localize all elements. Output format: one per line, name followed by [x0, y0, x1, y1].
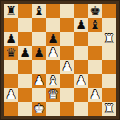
square-g3[interactable] [88, 74, 102, 88]
white-pawn-a2: ♟ [5, 88, 16, 102]
square-g6[interactable] [88, 32, 102, 46]
square-d4[interactable] [46, 60, 60, 74]
square-d2[interactable]: ♛ [46, 88, 60, 102]
square-c6[interactable] [32, 32, 46, 46]
square-g5[interactable] [88, 46, 102, 60]
square-a2[interactable]: ♟ [4, 88, 18, 102]
square-a6[interactable]: ♟ [4, 32, 18, 46]
square-f6[interactable] [74, 32, 88, 46]
square-d3[interactable]: ♝ [46, 74, 60, 88]
square-f7[interactable]: ♟ [74, 18, 88, 32]
square-f3[interactable]: ♟ [74, 74, 88, 88]
square-f5[interactable] [74, 46, 88, 60]
square-d1[interactable] [46, 102, 60, 116]
square-a5[interactable]: ♛ [4, 46, 18, 60]
square-e6[interactable] [60, 32, 74, 46]
square-b1[interactable] [18, 102, 32, 116]
square-e5[interactable] [60, 46, 74, 60]
white-rook-h6: ♜ [103, 32, 114, 46]
white-pawn-c3: ♟ [33, 74, 44, 88]
square-c8[interactable]: ♝ [32, 4, 46, 18]
black-rook-a8: ♜ [5, 4, 16, 18]
square-d6[interactable]: ♟ [46, 32, 60, 46]
square-b8[interactable] [18, 4, 32, 18]
board-frame: ♜♝♚♟♝♟♟♜♛♟♟♟♟♟♝♟♟♛♟♚♜ [0, 0, 120, 120]
white-pawn-g2: ♟ [89, 88, 100, 102]
square-b4[interactable] [18, 60, 32, 74]
square-e7[interactable] [60, 18, 74, 32]
white-king-c1: ♚ [33, 102, 44, 116]
white-pawn-e4: ♟ [61, 60, 72, 74]
square-b2[interactable] [18, 88, 32, 102]
square-f4[interactable] [74, 60, 88, 74]
square-h1[interactable]: ♜ [102, 102, 116, 116]
square-g1[interactable] [88, 102, 102, 116]
black-queen-a5: ♛ [5, 46, 16, 60]
square-a1[interactable] [4, 102, 18, 116]
square-d8[interactable] [46, 4, 60, 18]
square-e8[interactable] [60, 4, 74, 18]
square-d7[interactable] [46, 18, 60, 32]
square-h6[interactable]: ♜ [102, 32, 116, 46]
square-c4[interactable] [32, 60, 46, 74]
square-g8[interactable]: ♚ [88, 4, 102, 18]
white-bishop-d3: ♝ [47, 74, 58, 88]
square-e3[interactable] [60, 74, 74, 88]
black-bishop-c8: ♝ [33, 4, 44, 18]
square-g2[interactable]: ♟ [88, 88, 102, 102]
square-h3[interactable] [102, 74, 116, 88]
square-e4[interactable]: ♟ [60, 60, 74, 74]
square-e2[interactable] [60, 88, 74, 102]
square-c2[interactable] [32, 88, 46, 102]
white-queen-d2: ♛ [47, 88, 58, 102]
square-c3[interactable]: ♟ [32, 74, 46, 88]
white-pawn-f3: ♟ [75, 74, 86, 88]
square-e1[interactable] [60, 102, 74, 116]
square-c7[interactable] [32, 18, 46, 32]
square-a8[interactable]: ♜ [4, 4, 18, 18]
black-bishop-g7: ♝ [89, 18, 100, 32]
black-pawn-d6: ♟ [47, 32, 58, 46]
black-pawn-b5: ♟ [19, 46, 30, 60]
square-b3[interactable] [18, 74, 32, 88]
square-h4[interactable] [102, 60, 116, 74]
square-f2[interactable] [74, 88, 88, 102]
square-h7[interactable] [102, 18, 116, 32]
white-rook-h1: ♜ [103, 102, 114, 116]
square-f8[interactable] [74, 4, 88, 18]
square-a7[interactable] [4, 18, 18, 32]
square-g7[interactable]: ♝ [88, 18, 102, 32]
square-f1[interactable] [74, 102, 88, 116]
chess-board: ♜♝♚♟♝♟♟♜♛♟♟♟♟♟♝♟♟♛♟♚♜ [4, 4, 116, 116]
white-pawn-d5: ♟ [47, 46, 58, 60]
black-king-g8: ♚ [89, 4, 100, 18]
square-h5[interactable] [102, 46, 116, 60]
square-b5[interactable]: ♟ [18, 46, 32, 60]
black-pawn-c5: ♟ [33, 46, 44, 60]
black-pawn-f7: ♟ [75, 18, 86, 32]
square-b6[interactable] [18, 32, 32, 46]
square-h8[interactable] [102, 4, 116, 18]
black-pawn-a6: ♟ [5, 32, 16, 46]
square-g4[interactable] [88, 60, 102, 74]
square-a4[interactable] [4, 60, 18, 74]
square-h2[interactable] [102, 88, 116, 102]
square-c5[interactable]: ♟ [32, 46, 46, 60]
square-d5[interactable]: ♟ [46, 46, 60, 60]
square-c1[interactable]: ♚ [32, 102, 46, 116]
square-a3[interactable] [4, 74, 18, 88]
square-b7[interactable] [18, 18, 32, 32]
